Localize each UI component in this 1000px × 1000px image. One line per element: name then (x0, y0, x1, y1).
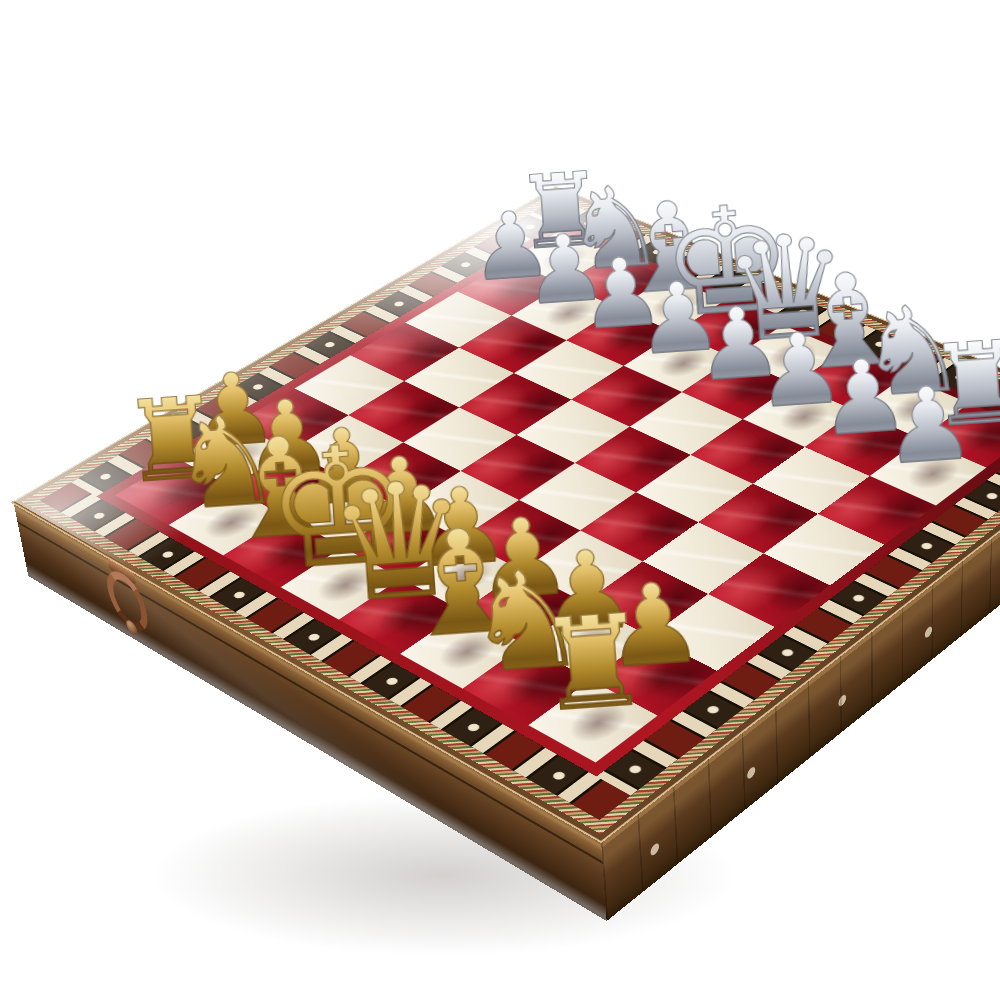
piece-gold-rook-a1[interactable]: ♜ (454, 594, 732, 732)
chess-board: ♜♟♟♜♞♟♟♞♝♟♟♝♚♟♟♚♛♟♟♛♝♟♟♝♞♟♟♞♜♟♟♜ (11, 186, 1000, 843)
chess-board-3d: ♜♟♟♜♞♟♟♞♝♟♟♝♚♟♟♚♛♟♟♛♝♟♟♝♞♟♟♞♜♟♟♜ (11, 186, 1000, 843)
piece-silver-pawn-a7[interactable]: ♟ (803, 369, 1000, 482)
frame-stripe-band: ♜♟♟♜♞♟♟♞♝♟♟♝♚♟♟♚♛♟♟♛♝♟♟♝♞♟♟♞♜♟♟♜ (22, 190, 1000, 834)
frame-mosaic-band: ♜♟♟♜♞♟♟♞♝♟♟♝♚♟♟♚♛♟♟♛♝♟♟♝♞♟♟♞♜♟♟♜ (40, 198, 1000, 819)
photo-scene: ♜♟♟♜♞♟♟♞♝♟♟♝♚♟♟♚♛♟♟♛♝♟♟♝♞♟♟♞♜♟♟♜ (0, 0, 1000, 1000)
